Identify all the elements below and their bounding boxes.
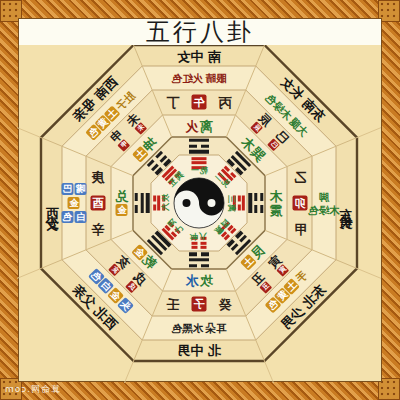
branch-chip: 子: [192, 297, 207, 312]
north-houtian-trigram: [189, 253, 209, 268]
color-chip: 白: [75, 211, 87, 223]
north-body-color-label: 耳朵水黑色: [172, 323, 227, 334]
east-xiantian-name-number: 离三: [228, 194, 236, 212]
west-trigram-element-label: 兑金: [116, 190, 129, 216]
branch-chip: 酉: [91, 196, 106, 211]
corner-connector-line: [17, 128, 41, 138]
north-trigram-element-label: 坎水: [186, 274, 213, 287]
west-body-color-label: 嘴巴金白色: [62, 183, 87, 223]
color-chip: 巴: [62, 183, 74, 195]
taiji-black-dot: [183, 199, 191, 207]
color-chip: 金: [116, 204, 128, 216]
north-direction-family-label: 北 中男: [177, 344, 221, 357]
south-xiantian-name-number: 乾一: [190, 167, 208, 175]
corner-connector-line: [17, 268, 41, 278]
east-houtian-trigram: [249, 193, 264, 213]
corner-connector-line: [357, 128, 381, 138]
north-xiantian-name-number: 坤八: [190, 232, 208, 240]
south-houtian-trigram: [189, 139, 209, 154]
west-xiantian-name-number: 坎六: [163, 194, 171, 212]
west-houtian-trigram: [135, 193, 150, 213]
branch-chip: 卯: [293, 196, 308, 211]
east-body-color-label: 脚木绿色: [308, 192, 340, 215]
south-body-color-label: 眼睛火红色: [172, 73, 227, 84]
color-chip: 嘴: [75, 183, 87, 195]
page-title: 五行八卦: [146, 20, 254, 44]
east-stems-branches: 乙卯甲: [293, 171, 308, 236]
decorative-frame: 五行八卦 南 中女眼睛火红色丙午丁离火乾一西南 母亲肚子土黄色未未申申坤土巽五西…: [0, 0, 400, 400]
chart-paper: 五行八卦 南 中女眼睛火红色丙午丁离火乾一西南 母亲肚子土黄色未未申申坤土巽五西…: [18, 18, 382, 382]
taiji-symbol: [174, 178, 224, 228]
corner-connector-line: [357, 268, 381, 278]
corner-connector-line: [124, 361, 133, 383]
south-stems-branches: 丙午丁: [167, 95, 232, 110]
west-direction-family-label: 西 少女: [46, 197, 59, 210]
north-stems-branches: 癸子壬: [167, 297, 232, 312]
east-trigram-element-label: 木震: [270, 190, 283, 217]
south-direction-family-label: 南 中女: [177, 50, 221, 63]
title-band: 五行八卦: [19, 19, 381, 45]
west-stems-branches: 庚酉辛: [91, 171, 106, 236]
watermark: 算命网.com: [4, 383, 60, 396]
color-chip: 金: [68, 197, 80, 209]
color-chip: 色: [62, 211, 74, 223]
bagua-board: 南 中女眼睛火红色丙午丁离火乾一西南 母亲肚子土黄色未未申申坤土巽五西 少女嘴巴…: [19, 45, 381, 381]
corner-connector-line: [264, 361, 273, 383]
branch-chip: 午: [192, 95, 207, 110]
taiji-white-dot: [208, 199, 216, 207]
south-trigram-element-label: 离火: [186, 120, 213, 133]
east-direction-family-label: 东 长男: [340, 197, 353, 210]
